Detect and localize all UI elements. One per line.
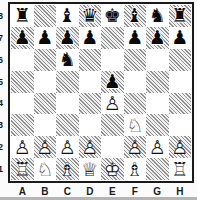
square-c6[interactable]: ♞ <box>56 49 79 71</box>
piece-outline: ♙ <box>79 136 102 158</box>
chess-diagram: 87654321 ♜♝♛♚♝♞♜♟♟♟♟♟♟♟♞♟♟♙♞♘♟♙♟♙♟♙♟♙♟♙♟… <box>0 0 197 200</box>
piece-outline: ♖ <box>11 158 34 180</box>
square-b5[interactable] <box>34 71 57 93</box>
square-b4[interactable] <box>34 93 57 115</box>
piece-white-rook: ♜♖ <box>11 158 34 180</box>
square-f3[interactable]: ♞♘ <box>124 114 147 136</box>
piece-outline: ♕ <box>79 158 102 180</box>
square-c1[interactable]: ♝♗ <box>56 158 79 180</box>
piece-black-pawn: ♟ <box>101 71 124 93</box>
piece-black-king: ♚ <box>101 5 124 27</box>
rank-label-7: 7 <box>0 33 7 43</box>
piece-glyph: ♞ <box>56 49 79 71</box>
piece-black-knight: ♞ <box>146 5 169 27</box>
piece-outline: ♘ <box>124 114 147 136</box>
square-e2[interactable] <box>101 136 124 158</box>
square-c7[interactable]: ♟ <box>56 27 79 49</box>
piece-glyph: ♝ <box>56 5 79 27</box>
square-f6[interactable] <box>124 49 147 71</box>
square-g3[interactable] <box>146 114 169 136</box>
piece-glyph: ♟ <box>34 27 57 49</box>
piece-outline: ♗ <box>124 158 147 180</box>
piece-white-pawn: ♟♙ <box>56 136 79 158</box>
rank-label-5: 5 <box>0 77 7 87</box>
square-h2[interactable]: ♟♙ <box>169 136 192 158</box>
square-b1[interactable]: ♞♘ <box>34 158 57 180</box>
piece-black-rook: ♜ <box>169 5 192 27</box>
file-label-h: H <box>169 185 192 197</box>
piece-outline: ♙ <box>169 136 192 158</box>
piece-white-bishop: ♝♗ <box>124 158 147 180</box>
file-label-f: F <box>124 185 147 197</box>
piece-glyph: ♟ <box>11 27 34 49</box>
rank-labels: 87654321 <box>0 5 7 180</box>
square-d8[interactable]: ♛ <box>79 5 102 27</box>
square-h8[interactable]: ♜ <box>169 5 192 27</box>
piece-white-rook: ♜♖ <box>169 158 192 180</box>
square-g5[interactable] <box>146 71 169 93</box>
rank-label-1: 1 <box>0 164 7 174</box>
square-e4[interactable]: ♟♙ <box>101 93 124 115</box>
file-label-a: A <box>11 185 34 197</box>
square-c3[interactable] <box>56 114 79 136</box>
piece-black-pawn: ♟ <box>56 27 79 49</box>
piece-white-queen: ♛♕ <box>79 158 102 180</box>
square-g2[interactable]: ♟♙ <box>146 136 169 158</box>
piece-white-pawn: ♟♙ <box>101 93 124 115</box>
piece-white-pawn: ♟♙ <box>124 136 147 158</box>
piece-black-pawn: ♟ <box>79 27 102 49</box>
square-d3[interactable] <box>79 114 102 136</box>
piece-outline: ♔ <box>101 158 124 180</box>
piece-glyph: ♟ <box>169 27 192 49</box>
piece-outline: ♙ <box>124 136 147 158</box>
square-g8[interactable]: ♞ <box>146 5 169 27</box>
piece-glyph: ♚ <box>101 5 124 27</box>
piece-glyph: ♟ <box>56 27 79 49</box>
piece-outline: ♙ <box>11 136 34 158</box>
piece-outline: ♙ <box>101 93 124 115</box>
square-c4[interactable] <box>56 93 79 115</box>
square-d6[interactable] <box>79 49 102 71</box>
piece-black-pawn: ♟ <box>11 27 34 49</box>
piece-glyph: ♜ <box>11 5 34 27</box>
square-a7[interactable]: ♟ <box>11 27 34 49</box>
piece-glyph: ♞ <box>146 5 169 27</box>
rank-label-4: 4 <box>0 98 7 108</box>
file-labels: ABCDEFGH <box>11 185 191 197</box>
piece-outline: ♙ <box>146 136 169 158</box>
square-g1[interactable] <box>146 158 169 180</box>
square-f2[interactable]: ♟♙ <box>124 136 147 158</box>
piece-white-knight: ♞♘ <box>34 158 57 180</box>
piece-black-bishop: ♝ <box>124 5 147 27</box>
square-f1[interactable]: ♝♗ <box>124 158 147 180</box>
square-b3[interactable] <box>34 114 57 136</box>
square-e3[interactable] <box>101 114 124 136</box>
piece-glyph: ♟ <box>79 27 102 49</box>
square-e5[interactable]: ♟ <box>101 71 124 93</box>
piece-outline: ♗ <box>56 158 79 180</box>
square-h6[interactable] <box>169 49 192 71</box>
piece-glyph: ♛ <box>79 5 102 27</box>
square-f8[interactable]: ♝ <box>124 5 147 27</box>
square-h3[interactable] <box>169 114 192 136</box>
board-grid: ♜♝♛♚♝♞♜♟♟♟♟♟♟♟♞♟♟♙♞♘♟♙♟♙♟♙♟♙♟♙♟♙♟♙♜♖♞♘♝♗… <box>11 5 191 180</box>
square-g4[interactable] <box>146 93 169 115</box>
piece-black-bishop: ♝ <box>56 5 79 27</box>
square-b2[interactable]: ♟♙ <box>34 136 57 158</box>
piece-white-king: ♚♔ <box>101 158 124 180</box>
piece-black-pawn: ♟ <box>169 27 192 49</box>
piece-outline: ♙ <box>56 136 79 158</box>
square-a5[interactable] <box>11 71 34 93</box>
square-b7[interactable]: ♟ <box>34 27 57 49</box>
piece-white-pawn: ♟♙ <box>169 136 192 158</box>
square-e6[interactable] <box>101 49 124 71</box>
rank-label-2: 2 <box>0 142 7 152</box>
piece-black-rook: ♜ <box>11 5 34 27</box>
square-f7[interactable]: ♟ <box>124 27 147 49</box>
file-label-d: D <box>79 185 102 197</box>
piece-outline: ♘ <box>34 158 57 180</box>
square-a4[interactable] <box>11 93 34 115</box>
piece-white-knight: ♞♘ <box>124 114 147 136</box>
piece-outline: ♖ <box>169 158 192 180</box>
piece-white-pawn: ♟♙ <box>146 136 169 158</box>
square-h7[interactable]: ♟ <box>169 27 192 49</box>
square-h1[interactable]: ♜♖ <box>169 158 192 180</box>
square-c2[interactable]: ♟♙ <box>56 136 79 158</box>
piece-black-queen: ♛ <box>79 5 102 27</box>
square-a3[interactable] <box>11 114 34 136</box>
square-d2[interactable]: ♟♙ <box>79 136 102 158</box>
square-h5[interactable] <box>169 71 192 93</box>
piece-glyph: ♟ <box>146 27 169 49</box>
square-a1[interactable]: ♜♖ <box>11 158 34 180</box>
piece-black-knight: ♞ <box>56 49 79 71</box>
square-c5[interactable] <box>56 71 79 93</box>
file-label-e: E <box>101 185 124 197</box>
piece-black-pawn: ♟ <box>124 27 147 49</box>
bottom-edge-bar <box>0 197 197 200</box>
square-g6[interactable] <box>146 49 169 71</box>
piece-white-pawn: ♟♙ <box>79 136 102 158</box>
piece-glyph: ♝ <box>124 5 147 27</box>
square-a2[interactable]: ♟♙ <box>11 136 34 158</box>
file-label-b: B <box>34 185 57 197</box>
square-d5[interactable] <box>79 71 102 93</box>
square-e8[interactable]: ♚ <box>101 5 124 27</box>
square-a6[interactable] <box>11 49 34 71</box>
square-d7[interactable]: ♟ <box>79 27 102 49</box>
square-d4[interactable] <box>79 93 102 115</box>
rank-label-6: 6 <box>0 55 7 65</box>
square-e1[interactable]: ♚♔ <box>101 158 124 180</box>
piece-glyph: ♜ <box>169 5 192 27</box>
piece-glyph: ♟ <box>124 27 147 49</box>
piece-black-pawn: ♟ <box>34 27 57 49</box>
square-f4[interactable] <box>124 93 147 115</box>
square-e7[interactable] <box>101 27 124 49</box>
square-d1[interactable]: ♛♕ <box>79 158 102 180</box>
piece-white-bishop: ♝♗ <box>56 158 79 180</box>
square-b8[interactable] <box>34 5 57 27</box>
rank-label-8: 8 <box>0 11 7 21</box>
piece-white-pawn: ♟♙ <box>34 136 57 158</box>
square-b6[interactable] <box>34 49 57 71</box>
rank-label-3: 3 <box>0 120 7 130</box>
square-g7[interactable]: ♟ <box>146 27 169 49</box>
square-h4[interactable] <box>169 93 192 115</box>
square-f5[interactable] <box>124 71 147 93</box>
file-label-c: C <box>56 185 79 197</box>
chess-board: ♜♝♛♚♝♞♜♟♟♟♟♟♟♟♞♟♟♙♞♘♟♙♟♙♟♙♟♙♟♙♟♙♟♙♜♖♞♘♝♗… <box>8 2 194 183</box>
piece-glyph: ♟ <box>101 71 124 93</box>
square-c8[interactable]: ♝ <box>56 5 79 27</box>
square-a8[interactable]: ♜ <box>11 5 34 27</box>
piece-outline: ♙ <box>34 136 57 158</box>
piece-black-pawn: ♟ <box>146 27 169 49</box>
piece-white-pawn: ♟♙ <box>11 136 34 158</box>
file-label-g: G <box>146 185 169 197</box>
